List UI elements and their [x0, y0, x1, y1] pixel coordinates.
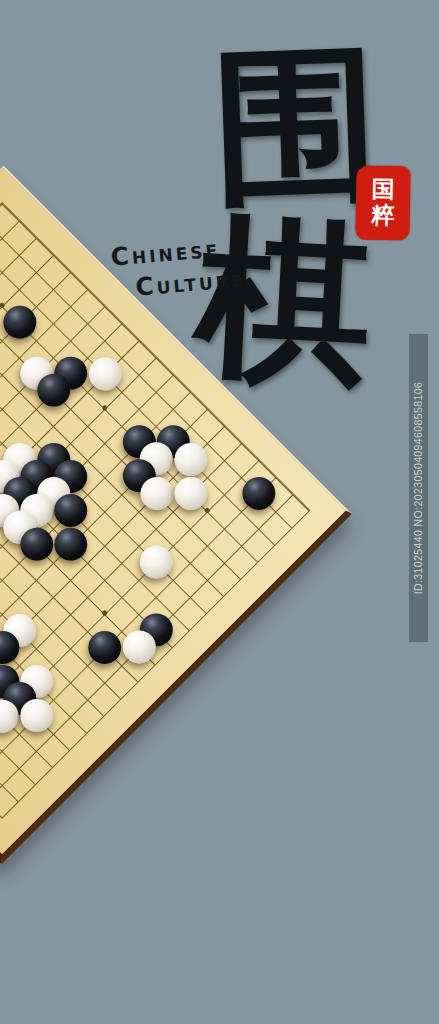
watermark: 昵享网 www.nipic.cn: [409, 1018, 436, 1024]
stone-white: [174, 443, 207, 476]
seal-char-guo: 国: [372, 178, 395, 203]
stone-black: [54, 494, 87, 527]
stone-white: [140, 545, 173, 578]
stone-black: [3, 306, 36, 339]
poster: 围 棋 CHINESE CULTURE 国 粹 ID:31025440 NO:2…: [0, 0, 439, 1024]
stone-white: [140, 477, 173, 510]
stone-white: [89, 357, 122, 390]
subtitle-chinese-culture: CHINESE CULTURE: [109, 230, 247, 305]
seal-char-cui: 粹: [371, 203, 394, 228]
stone-white: [20, 699, 53, 732]
stone-black: [243, 477, 276, 510]
red-seal-guocui: 国 粹: [355, 166, 410, 241]
stone-black: [20, 528, 53, 561]
stone-white: [174, 477, 207, 510]
stone-black: [89, 631, 122, 664]
stock-id-strip: ID:31025440 NO:20230504094608558106: [409, 334, 428, 642]
